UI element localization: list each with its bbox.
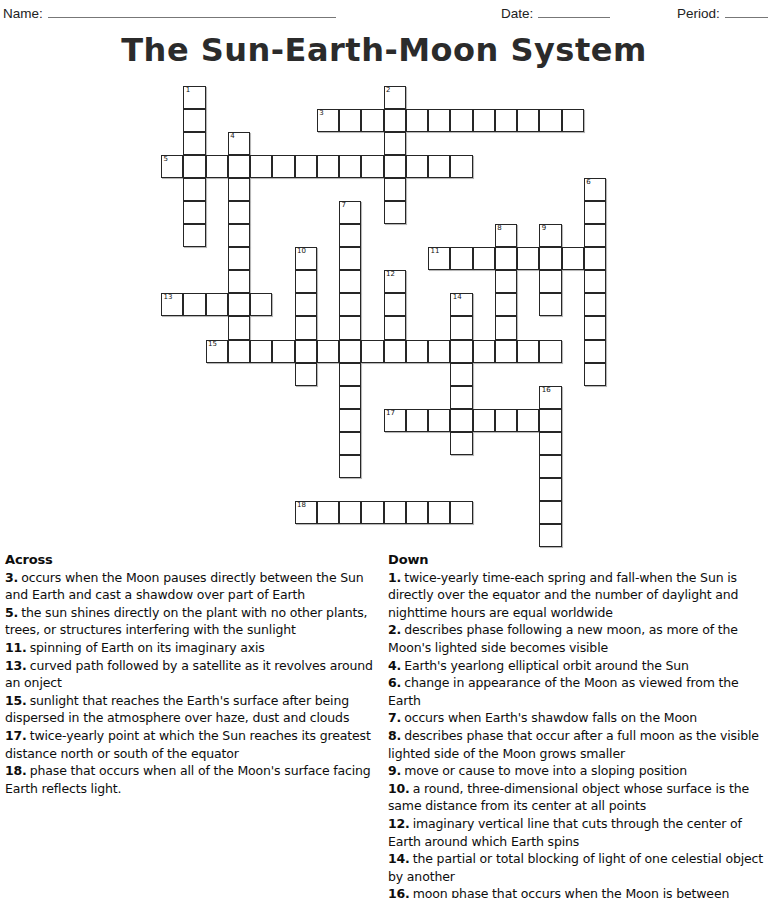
grid-cell-r1c10[interactable] — [384, 109, 406, 132]
date-label: Date: — [501, 6, 533, 21]
cell-number: 3 — [319, 109, 323, 118]
clue-down-4: 4.Earth's yearlong elliptical orbit arou… — [388, 657, 765, 675]
grid-cell-r2c10[interactable] — [384, 132, 406, 155]
cell-number: 6 — [586, 178, 590, 187]
grid-cell-r11c4[interactable] — [250, 340, 272, 363]
cell-number: 5 — [164, 155, 168, 164]
clue-down-8: 8.describes phase that occur after a ful… — [388, 727, 765, 762]
cell-number: 12 — [386, 270, 395, 279]
cell-number: 7 — [342, 201, 346, 210]
grid-cell-r10c19[interactable] — [584, 316, 606, 339]
grid-cell-r9c19[interactable] — [584, 293, 606, 316]
clue-text: describes phase following a new moon, as… — [388, 622, 738, 655]
name-label: Name: — [3, 6, 43, 21]
clue-number: 4. — [388, 658, 401, 673]
grid-cell-r10c8[interactable] — [339, 316, 361, 339]
grid-cell-r11c9[interactable] — [361, 340, 383, 363]
grid-cell-r14c12[interactable] — [428, 409, 450, 432]
clue-across-15: 15.sunlight that reaches the Earth's sur… — [5, 692, 384, 727]
clue-number: 17. — [5, 728, 27, 743]
grid-cell-r16c8[interactable] — [339, 455, 361, 478]
cell-number: 11 — [431, 247, 440, 256]
grid-cell-r1c1[interactable] — [183, 109, 205, 132]
grid-cell-r3c2[interactable] — [206, 155, 228, 178]
clue-text: twice-yearly point at which the Sun reac… — [5, 728, 371, 761]
grid-cell-r13c8[interactable] — [339, 386, 361, 409]
grid-cell-r7c12[interactable]: 11 — [428, 247, 450, 270]
grid-cell-r1c7[interactable]: 3 — [317, 109, 339, 132]
grid-cell-r9c1[interactable] — [183, 293, 205, 316]
grid-cell-r1c14[interactable] — [473, 109, 495, 132]
period-label: Period: — [677, 6, 720, 21]
clue-text: sunlight that reaches the Earth's surfac… — [5, 693, 349, 726]
crossword-grid: 123456789101112131415161718 — [161, 86, 606, 547]
grid-cell-r11c3[interactable] — [228, 340, 250, 363]
cell-number: 14 — [453, 293, 462, 302]
grid-cell-r13c17[interactable]: 16 — [539, 386, 561, 409]
grid-cell-r8c10[interactable]: 12 — [384, 270, 406, 293]
grid-cell-r18c8[interactable] — [339, 501, 361, 524]
cell-number: 16 — [542, 386, 551, 395]
grid-cell-r1c18[interactable] — [562, 109, 584, 132]
grid-cell-r4c19[interactable]: 6 — [584, 178, 606, 201]
grid-cell-r16c17[interactable] — [539, 455, 561, 478]
grid-cell-r9c13[interactable]: 14 — [450, 293, 472, 316]
grid-cell-r13c13[interactable] — [450, 386, 472, 409]
grid-cell-r12c13[interactable] — [450, 363, 472, 386]
grid-cell-r11c16[interactable] — [517, 340, 539, 363]
clue-text: phase that occurs when all of the Moon's… — [5, 763, 371, 796]
grid-cell-r5c3[interactable] — [228, 201, 250, 224]
grid-cell-r9c6[interactable] — [295, 293, 317, 316]
clue-down-14: 14.the partial or total blocking of ligh… — [388, 850, 765, 885]
grid-cell-r1c11[interactable] — [406, 109, 428, 132]
grid-cell-r8c8[interactable] — [339, 270, 361, 293]
down-heading: Down — [388, 551, 765, 569]
grid-cell-r15c17[interactable] — [539, 432, 561, 455]
clue-text: occurs when Earth's shawdow falls on the… — [404, 710, 697, 725]
date-field: Date: — [501, 6, 610, 21]
clue-number: 8. — [388, 728, 401, 743]
cell-number: 2 — [386, 86, 390, 95]
grid-cell-r14c15[interactable] — [495, 409, 517, 432]
grid-cell-r3c1[interactable] — [183, 155, 205, 178]
grid-cell-r12c8[interactable] — [339, 363, 361, 386]
grid-cell-r18c9[interactable] — [361, 501, 383, 524]
grid-cell-r18c13[interactable] — [450, 501, 472, 524]
clue-text: move or cause to move into a sloping pos… — [404, 763, 687, 778]
clue-number: 6. — [388, 675, 401, 690]
clue-number: 11. — [5, 640, 27, 655]
clue-text: describes phase that occur after a full … — [388, 728, 759, 761]
cell-number: 10 — [297, 247, 306, 256]
clue-text: curved path followed by a satellite as i… — [5, 658, 373, 691]
across-clues-section: Across 3.occurs when the Moon pauses dir… — [5, 551, 384, 797]
clue-across-18: 18.phase that occurs when all of the Moo… — [5, 762, 384, 797]
clue-number: 7. — [388, 710, 401, 725]
grid-cell-r3c11[interactable] — [406, 155, 428, 178]
grid-cell-r15c8[interactable] — [339, 432, 361, 455]
grid-cell-r7c18[interactable] — [562, 247, 584, 270]
clue-number: 5. — [5, 605, 18, 620]
grid-cell-r8c19[interactable] — [584, 270, 606, 293]
grid-cell-r11c14[interactable] — [473, 340, 495, 363]
grid-cell-r11c15[interactable] — [495, 340, 517, 363]
grid-cell-r15c13[interactable] — [450, 432, 472, 455]
clue-down-1: 1.twice-yearly time-each spring and fall… — [388, 569, 765, 622]
grid-cell-r1c13[interactable] — [450, 109, 472, 132]
grid-cell-r3c9[interactable] — [361, 155, 383, 178]
grid-cell-r5c1[interactable] — [183, 201, 205, 224]
grid-cell-r18c11[interactable] — [406, 501, 428, 524]
clue-down-2: 2.describes phase following a new moon, … — [388, 621, 765, 656]
clue-text: the sun shines directly on the plant wit… — [5, 605, 367, 638]
grid-cell-r9c4[interactable] — [250, 293, 272, 316]
grid-cell-r18c10[interactable] — [384, 501, 406, 524]
grid-cell-r9c8[interactable] — [339, 293, 361, 316]
grid-cell-r11c8[interactable] — [339, 340, 361, 363]
grid-cell-r1c17[interactable] — [539, 109, 561, 132]
clue-text: imaginary vertical line that cuts throug… — [388, 816, 742, 849]
cell-number: 1 — [186, 86, 190, 95]
grid-cell-r7c16[interactable] — [517, 247, 539, 270]
clue-number: 13. — [5, 658, 27, 673]
clue-number: 1. — [388, 570, 401, 585]
grid-cell-r5c19[interactable] — [584, 201, 606, 224]
grid-cell-r10c13[interactable] — [450, 316, 472, 339]
across-heading: Across — [5, 551, 384, 569]
period-field: Period: — [677, 6, 768, 21]
clue-across-17: 17.twice-yearly point at which the Sun r… — [5, 727, 384, 762]
clue-text: the partial or total blocking of light o… — [388, 851, 763, 884]
clue-text: moon phase that occurs when the Moon is … — [388, 886, 729, 898]
grid-cell-r8c15[interactable] — [495, 270, 517, 293]
grid-cell-r7c3[interactable] — [228, 247, 250, 270]
grid-cell-r14c17[interactable] — [539, 409, 561, 432]
grid-cell-r4c3[interactable] — [228, 178, 250, 201]
grid-cell-r6c17[interactable]: 9 — [539, 224, 561, 247]
grid-cell-r8c3[interactable] — [228, 270, 250, 293]
grid-cell-r18c6[interactable]: 18 — [295, 501, 317, 524]
grid-cell-r11c2[interactable]: 15 — [206, 340, 228, 363]
grid-cell-r3c0[interactable]: 5 — [161, 155, 183, 178]
clue-across-5: 5.the sun shines directly on the plant w… — [5, 604, 384, 639]
grid-cell-r11c17[interactable] — [539, 340, 561, 363]
clue-text: a round, three-dimensional object whose … — [388, 781, 749, 814]
grid-cell-r10c6[interactable] — [295, 316, 317, 339]
grid-cell-r7c17[interactable] — [539, 247, 561, 270]
clue-across-3: 3.occurs when the Moon pauses directly b… — [5, 569, 384, 604]
clue-number: 15. — [5, 693, 27, 708]
clue-number: 18. — [5, 763, 27, 778]
cell-number: 8 — [497, 224, 501, 233]
clue-number: 14. — [388, 851, 410, 866]
grid-cell-r0c10[interactable]: 2 — [384, 86, 406, 109]
grid-cell-r3c7[interactable] — [317, 155, 339, 178]
clue-number: 12. — [388, 816, 410, 831]
grid-cell-r17c17[interactable] — [539, 478, 561, 501]
grid-cell-r6c19[interactable] — [584, 224, 606, 247]
grid-cell-r5c8[interactable]: 7 — [339, 201, 361, 224]
grid-cell-r2c1[interactable] — [183, 132, 205, 155]
grid-cell-r14c13[interactable] — [450, 409, 472, 432]
grid-cell-r14c14[interactable] — [473, 409, 495, 432]
grid-cell-r11c12[interactable] — [428, 340, 450, 363]
grid-cell-r6c15[interactable]: 8 — [495, 224, 517, 247]
grid-cell-r9c2[interactable] — [206, 293, 228, 316]
grid-cell-r7c6[interactable]: 10 — [295, 247, 317, 270]
grid-cell-r7c15[interactable] — [495, 247, 517, 270]
grid-cell-r4c10[interactable] — [384, 178, 406, 201]
grid-cell-r9c3[interactable] — [228, 293, 250, 316]
down-clues-section: Down 1.twice-yearly time-each spring and… — [388, 551, 765, 898]
grid-cell-r7c14[interactable] — [473, 247, 495, 270]
grid-cell-r8c6[interactable] — [295, 270, 317, 293]
clue-text: Earth's yearlong elliptical orbit around… — [404, 658, 689, 673]
clue-text: spinning of Earth on its imaginary axis — [30, 640, 265, 655]
grid-cell-r18c12[interactable] — [428, 501, 450, 524]
worksheet-page: Name: Date: Period: The Sun-Earth-Moon S… — [0, 0, 768, 898]
grid-cell-r9c10[interactable] — [384, 293, 406, 316]
clue-across-13: 13.curved path followed by a satellite a… — [5, 657, 384, 692]
clue-number: 3. — [5, 570, 18, 585]
clue-down-6: 6.change in appearance of the Moon as vi… — [388, 674, 765, 709]
grid-cell-r3c10[interactable] — [384, 155, 406, 178]
grid-cell-r11c19[interactable] — [584, 340, 606, 363]
grid-cell-r3c13[interactable] — [450, 155, 472, 178]
grid-cell-r12c19[interactable] — [584, 363, 606, 386]
grid-cell-r6c8[interactable] — [339, 224, 361, 247]
clue-down-7: 7.occurs when Earth's shawdow falls on t… — [388, 709, 765, 727]
grid-cell-r5c10[interactable] — [384, 201, 406, 224]
cell-number: 4 — [230, 132, 234, 141]
grid-cell-r4c1[interactable] — [183, 178, 205, 201]
clue-down-9: 9.move or cause to move into a sloping p… — [388, 762, 765, 780]
grid-cell-r7c13[interactable] — [450, 247, 472, 270]
grid-cell-r7c19[interactable] — [584, 247, 606, 270]
clue-number: 2. — [388, 622, 401, 637]
grid-cell-r14c11[interactable] — [406, 409, 428, 432]
clue-number: 9. — [388, 763, 401, 778]
grid-cell-r9c0[interactable]: 13 — [161, 293, 183, 316]
clue-text: twice-yearly time-each spring and fall-w… — [388, 570, 738, 620]
clue-down-12: 12.imaginary vertical line that cuts thr… — [388, 815, 765, 850]
grid-cell-r10c10[interactable] — [384, 316, 406, 339]
clue-down-16: 16.moon phase that occurs when the Moon … — [388, 885, 765, 898]
clue-number: 16. — [388, 886, 410, 898]
grid-cell-r11c6[interactable] — [295, 340, 317, 363]
grid-cell-r3c8[interactable] — [339, 155, 361, 178]
grid-cell-r1c9[interactable] — [361, 109, 383, 132]
grid-cell-r18c7[interactable] — [317, 501, 339, 524]
name-field: Name: — [3, 6, 336, 21]
grid-cell-r10c3[interactable] — [228, 316, 250, 339]
clue-number: 10. — [388, 781, 410, 796]
grid-cell-r7c8[interactable] — [339, 247, 361, 270]
clue-text: change in appearance of the Moon as view… — [388, 675, 739, 708]
grid-cell-r11c5[interactable] — [272, 340, 294, 363]
grid-cell-r1c16[interactable] — [517, 109, 539, 132]
clue-down-10: 10.a round, three-dimensional object who… — [388, 780, 765, 815]
grid-cell-r9c15[interactable] — [495, 293, 517, 316]
cell-number: 17 — [386, 409, 395, 418]
grid-cell-r6c3[interactable] — [228, 224, 250, 247]
clue-text: occurs when the Moon pauses directly bet… — [5, 570, 364, 603]
grid-cell-r11c10[interactable] — [384, 340, 406, 363]
grid-cell-r19c17[interactable] — [539, 524, 561, 547]
name-blank-line — [48, 6, 336, 18]
grid-cell-r14c10[interactable]: 17 — [384, 409, 406, 432]
grid-cell-r3c12[interactable] — [428, 155, 450, 178]
grid-cell-r6c1[interactable] — [183, 224, 205, 247]
cell-number: 18 — [297, 501, 306, 510]
grid-cell-r14c8[interactable] — [339, 409, 361, 432]
grid-cell-r3c5[interactable] — [272, 155, 294, 178]
cell-number: 13 — [164, 293, 173, 302]
grid-cell-r14c16[interactable] — [517, 409, 539, 432]
grid-cell-r11c11[interactable] — [406, 340, 428, 363]
grid-cell-r1c8[interactable] — [339, 109, 361, 132]
grid-cell-r0c1[interactable]: 1 — [183, 86, 205, 109]
grid-cell-r3c6[interactable] — [295, 155, 317, 178]
grid-cell-r18c17[interactable] — [539, 501, 561, 524]
grid-cell-r11c7[interactable] — [317, 340, 339, 363]
cell-number: 9 — [542, 224, 546, 233]
grid-cell-r9c17[interactable] — [539, 293, 561, 316]
grid-cell-r3c4[interactable] — [250, 155, 272, 178]
grid-cell-r2c3[interactable]: 4 — [228, 132, 250, 155]
grid-cell-r8c17[interactable] — [539, 270, 561, 293]
grid-cell-r12c6[interactable] — [295, 363, 317, 386]
cell-number: 15 — [208, 340, 217, 349]
grid-cell-r1c12[interactable] — [428, 109, 450, 132]
grid-cell-r10c15[interactable] — [495, 316, 517, 339]
period-blank-line — [725, 6, 768, 18]
clue-across-11: 11.spinning of Earth on its imaginary ax… — [5, 639, 384, 657]
grid-cell-r11c13[interactable] — [450, 340, 472, 363]
date-blank-line — [538, 6, 610, 18]
grid-cell-r3c3[interactable] — [228, 155, 250, 178]
grid-cell-r1c15[interactable] — [495, 109, 517, 132]
page-title: The Sun-Earth-Moon System — [0, 31, 768, 69]
